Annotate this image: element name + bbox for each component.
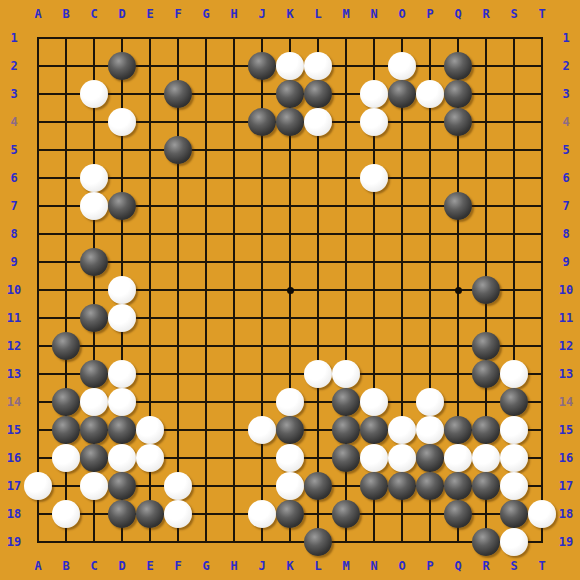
- col-label-bottom-S: S: [500, 558, 528, 574]
- black-stone: [164, 80, 192, 108]
- black-stone: [472, 528, 500, 556]
- white-stone: [108, 108, 136, 136]
- black-stone: [164, 136, 192, 164]
- black-stone: [108, 192, 136, 220]
- row-label-left-19: 19: [0, 528, 28, 556]
- go-board-app: AABBCCDDEEFFGGHHJJKKLLMMNNOOPPQQRRSSTT11…: [0, 0, 580, 580]
- row-label-left-18: 18: [0, 500, 28, 528]
- black-stone: [80, 248, 108, 276]
- col-label-bottom-D: D: [108, 558, 136, 574]
- white-stone: [472, 444, 500, 472]
- white-stone: [80, 164, 108, 192]
- black-stone: [416, 444, 444, 472]
- black-stone: [80, 304, 108, 332]
- row-label-left-8: 8: [0, 220, 28, 248]
- col-label-top-C: C: [80, 6, 108, 22]
- black-stone: [108, 500, 136, 528]
- black-stone: [444, 108, 472, 136]
- white-stone: [108, 360, 136, 388]
- white-stone: [388, 444, 416, 472]
- row-label-right-3: 3: [552, 80, 580, 108]
- black-stone: [360, 472, 388, 500]
- col-label-top-J: J: [248, 6, 276, 22]
- white-stone: [500, 416, 528, 444]
- white-stone: [388, 416, 416, 444]
- white-stone: [360, 164, 388, 192]
- white-stone: [248, 500, 276, 528]
- row-label-right-9: 9: [552, 248, 580, 276]
- col-label-top-N: N: [360, 6, 388, 22]
- row-label-right-8: 8: [552, 220, 580, 248]
- white-stone: [500, 444, 528, 472]
- col-label-top-R: R: [472, 6, 500, 22]
- col-label-top-K: K: [276, 6, 304, 22]
- row-label-left-11: 11: [0, 304, 28, 332]
- white-stone: [276, 444, 304, 472]
- white-stone: [52, 500, 80, 528]
- col-label-top-F: F: [164, 6, 192, 22]
- row-label-left-1: 1: [0, 24, 28, 52]
- white-stone: [24, 472, 52, 500]
- white-stone: [276, 388, 304, 416]
- col-label-bottom-O: O: [388, 558, 416, 574]
- row-label-right-12: 12: [552, 332, 580, 360]
- white-stone: [80, 192, 108, 220]
- col-label-bottom-F: F: [164, 558, 192, 574]
- row-label-left-13: 13: [0, 360, 28, 388]
- row-label-right-16: 16: [552, 444, 580, 472]
- row-label-left-5: 5: [0, 136, 28, 164]
- black-stone: [416, 472, 444, 500]
- row-label-left-17: 17: [0, 472, 28, 500]
- row-label-left-3: 3: [0, 80, 28, 108]
- black-stone: [80, 416, 108, 444]
- white-stone: [360, 80, 388, 108]
- black-stone: [444, 52, 472, 80]
- black-stone: [500, 388, 528, 416]
- black-stone: [388, 472, 416, 500]
- col-label-top-O: O: [388, 6, 416, 22]
- row-label-left-12: 12: [0, 332, 28, 360]
- white-stone: [360, 108, 388, 136]
- black-stone: [444, 500, 472, 528]
- black-stone: [248, 108, 276, 136]
- col-label-top-B: B: [52, 6, 80, 22]
- col-label-bottom-G: G: [192, 558, 220, 574]
- black-stone: [332, 416, 360, 444]
- col-label-top-M: M: [332, 6, 360, 22]
- white-stone: [500, 528, 528, 556]
- row-label-left-2: 2: [0, 52, 28, 80]
- black-stone: [304, 528, 332, 556]
- white-stone: [444, 444, 472, 472]
- col-label-bottom-T: T: [528, 558, 556, 574]
- row-label-right-2: 2: [552, 52, 580, 80]
- white-stone: [164, 500, 192, 528]
- black-stone: [304, 472, 332, 500]
- col-label-bottom-P: P: [416, 558, 444, 574]
- black-stone: [248, 52, 276, 80]
- row-label-right-15: 15: [552, 416, 580, 444]
- row-label-right-10: 10: [552, 276, 580, 304]
- white-stone: [500, 472, 528, 500]
- white-stone: [164, 472, 192, 500]
- black-stone: [444, 416, 472, 444]
- row-label-right-14: 14: [552, 388, 580, 416]
- black-stone: [52, 388, 80, 416]
- row-label-right-11: 11: [552, 304, 580, 332]
- col-label-bottom-H: H: [220, 558, 248, 574]
- row-label-right-13: 13: [552, 360, 580, 388]
- row-label-right-6: 6: [552, 164, 580, 192]
- white-stone: [304, 52, 332, 80]
- col-label-bottom-L: L: [304, 558, 332, 574]
- black-stone: [472, 416, 500, 444]
- black-stone: [444, 80, 472, 108]
- white-stone: [304, 360, 332, 388]
- col-label-top-D: D: [108, 6, 136, 22]
- star-point-K10: [287, 287, 294, 294]
- col-label-top-E: E: [136, 6, 164, 22]
- black-stone: [136, 500, 164, 528]
- black-stone: [444, 192, 472, 220]
- col-label-top-H: H: [220, 6, 248, 22]
- black-stone: [360, 416, 388, 444]
- row-label-left-4: 4: [0, 108, 28, 136]
- col-label-top-T: T: [528, 6, 556, 22]
- white-stone: [416, 388, 444, 416]
- row-label-right-18: 18: [552, 500, 580, 528]
- white-stone: [388, 52, 416, 80]
- white-stone: [136, 416, 164, 444]
- white-stone: [304, 108, 332, 136]
- black-stone: [332, 444, 360, 472]
- black-stone: [500, 500, 528, 528]
- white-stone: [416, 80, 444, 108]
- black-stone: [472, 360, 500, 388]
- star-point-Q10: [455, 287, 462, 294]
- white-stone: [416, 416, 444, 444]
- black-stone: [444, 472, 472, 500]
- col-label-top-P: P: [416, 6, 444, 22]
- col-label-bottom-B: B: [52, 558, 80, 574]
- black-stone: [52, 416, 80, 444]
- col-label-top-S: S: [500, 6, 528, 22]
- white-stone: [108, 304, 136, 332]
- black-stone: [472, 276, 500, 304]
- black-stone: [108, 52, 136, 80]
- white-stone: [108, 276, 136, 304]
- row-label-right-4: 4: [552, 108, 580, 136]
- white-stone: [248, 416, 276, 444]
- row-label-left-14: 14: [0, 388, 28, 416]
- col-label-bottom-J: J: [248, 558, 276, 574]
- row-label-right-17: 17: [552, 472, 580, 500]
- white-stone: [276, 52, 304, 80]
- black-stone: [276, 80, 304, 108]
- row-label-right-1: 1: [552, 24, 580, 52]
- white-stone: [276, 472, 304, 500]
- white-stone: [108, 388, 136, 416]
- white-stone: [360, 388, 388, 416]
- row-label-left-6: 6: [0, 164, 28, 192]
- col-label-top-Q: Q: [444, 6, 472, 22]
- white-stone: [108, 444, 136, 472]
- black-stone: [108, 416, 136, 444]
- white-stone: [136, 444, 164, 472]
- col-label-bottom-A: A: [24, 558, 52, 574]
- black-stone: [304, 80, 332, 108]
- col-label-top-A: A: [24, 6, 52, 22]
- white-stone: [360, 444, 388, 472]
- col-label-bottom-N: N: [360, 558, 388, 574]
- col-label-bottom-K: K: [276, 558, 304, 574]
- row-label-left-7: 7: [0, 192, 28, 220]
- black-stone: [472, 472, 500, 500]
- col-label-bottom-R: R: [472, 558, 500, 574]
- row-label-left-9: 9: [0, 248, 28, 276]
- row-label-left-16: 16: [0, 444, 28, 472]
- col-label-bottom-M: M: [332, 558, 360, 574]
- white-stone: [500, 360, 528, 388]
- row-label-right-5: 5: [552, 136, 580, 164]
- white-stone: [80, 80, 108, 108]
- black-stone: [472, 332, 500, 360]
- col-label-top-G: G: [192, 6, 220, 22]
- col-label-bottom-C: C: [80, 558, 108, 574]
- black-stone: [276, 108, 304, 136]
- row-label-right-19: 19: [552, 528, 580, 556]
- black-stone: [80, 360, 108, 388]
- white-stone: [332, 360, 360, 388]
- col-label-bottom-E: E: [136, 558, 164, 574]
- black-stone: [108, 472, 136, 500]
- black-stone: [276, 416, 304, 444]
- black-stone: [332, 388, 360, 416]
- row-label-left-15: 15: [0, 416, 28, 444]
- white-stone: [80, 472, 108, 500]
- black-stone: [52, 332, 80, 360]
- black-stone: [80, 444, 108, 472]
- col-label-bottom-Q: Q: [444, 558, 472, 574]
- white-stone: [80, 388, 108, 416]
- col-label-top-L: L: [304, 6, 332, 22]
- black-stone: [388, 80, 416, 108]
- white-stone: [52, 444, 80, 472]
- row-label-left-10: 10: [0, 276, 28, 304]
- row-label-right-7: 7: [552, 192, 580, 220]
- black-stone: [332, 500, 360, 528]
- black-stone: [276, 500, 304, 528]
